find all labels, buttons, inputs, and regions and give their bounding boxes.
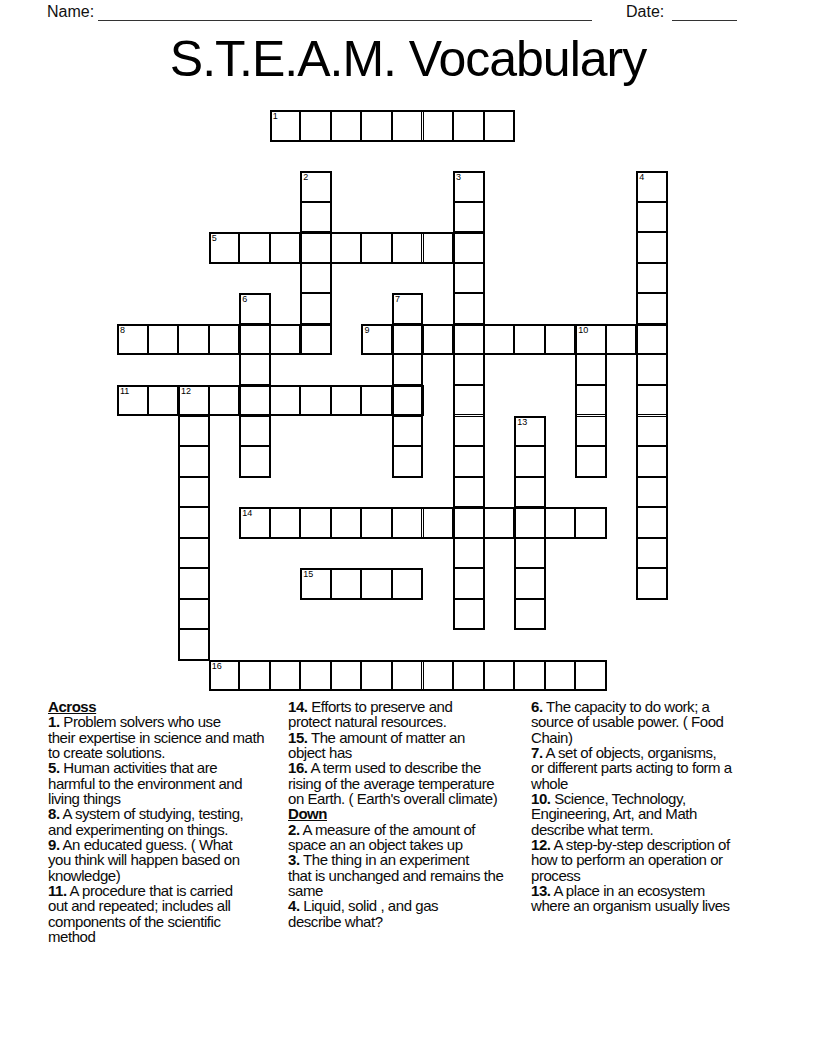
cell-r18-c10[interactable] — [423, 660, 454, 691]
clue-across-1-number: 1. — [48, 713, 60, 730]
cell-r9-c0[interactable]: 11 — [117, 385, 148, 416]
cell-r7-c8[interactable]: 9 — [361, 324, 392, 355]
clue-down-10: 10. Science, Technology,Engineering, Art… — [531, 791, 771, 837]
clue-across-16: 16. A term used to describe therising of… — [288, 760, 524, 806]
cell-r4-c5[interactable] — [270, 232, 301, 263]
across-header: Across — [48, 699, 292, 714]
clues-column-2: 14. Efforts to preserve andprotect natur… — [288, 699, 524, 929]
cell-r13-c7[interactable] — [331, 507, 362, 538]
clue-number-14: 14 — [242, 508, 252, 518]
cell-r4-c17[interactable] — [636, 232, 667, 263]
cell-r13-c10[interactable] — [423, 507, 454, 538]
cell-r10-c13[interactable]: 13 — [514, 416, 545, 447]
cell-r13-c9[interactable] — [392, 507, 423, 538]
cell-r11-c2[interactable] — [178, 446, 209, 477]
cell-r18-c14[interactable] — [545, 660, 576, 691]
clue-across-16-number: 16. — [288, 759, 308, 776]
cell-r0-c5[interactable]: 1 — [270, 110, 301, 141]
cell-r9-c7[interactable] — [331, 385, 362, 416]
cell-r8-c15[interactable] — [575, 354, 606, 385]
crossword-grid: 15891011121415162346713 — [117, 110, 668, 691]
cell-r10-c17[interactable] — [636, 416, 667, 447]
clue-down-3-number: 3. — [288, 851, 300, 868]
clue-down-13: 13. A place in an ecosystemwhere an orga… — [531, 883, 771, 914]
cell-r12-c13[interactable] — [514, 477, 545, 508]
cell-r7-c5[interactable] — [270, 324, 301, 355]
cell-r0-c12[interactable] — [484, 110, 515, 141]
cell-r11-c11[interactable] — [453, 446, 484, 477]
cell-r7-c17[interactable] — [636, 324, 667, 355]
worksheet-page: Name: Date: S.T.E.A.M. Vocabulary 158910… — [0, 0, 816, 1056]
cell-r3-c11[interactable] — [453, 202, 484, 233]
clue-down-12: 12. A step-by-step description ofhow to … — [531, 837, 771, 883]
clue-down-6-number: 6. — [531, 698, 543, 715]
cell-r7-c0[interactable]: 8 — [117, 324, 148, 355]
clue-number-12: 12 — [181, 386, 191, 396]
clue-down-2-number: 2. — [288, 821, 300, 838]
cell-r18-c13[interactable] — [514, 660, 545, 691]
clue-across-8-number: 8. — [48, 805, 60, 822]
cell-r15-c17[interactable] — [636, 568, 667, 599]
cell-r2-c11[interactable]: 3 — [453, 171, 484, 202]
cell-r13-c13[interactable] — [514, 507, 545, 538]
cell-r0-c8[interactable] — [361, 110, 392, 141]
cell-r4-c3[interactable]: 5 — [209, 232, 240, 263]
cell-r4-c8[interactable] — [361, 232, 392, 263]
cell-r13-c4[interactable]: 14 — [239, 507, 270, 538]
clue-down-7: 7. A set of objects, organisms,or differ… — [531, 745, 771, 791]
cell-r15-c9[interactable] — [392, 568, 423, 599]
cell-r5-c17[interactable] — [636, 263, 667, 294]
cell-r7-c12[interactable] — [484, 324, 515, 355]
cell-r18-c6[interactable] — [300, 660, 331, 691]
cell-r7-c11[interactable] — [453, 324, 484, 355]
cell-r8-c9[interactable] — [392, 354, 423, 385]
cell-r6-c6[interactable] — [300, 293, 331, 324]
cell-r17-c2[interactable] — [178, 629, 209, 660]
cell-r6-c11[interactable] — [453, 293, 484, 324]
clue-down-3: 3. The thing in an experimentthat is unc… — [288, 852, 524, 898]
cell-r7-c4[interactable] — [239, 324, 270, 355]
clue-number-8: 8 — [120, 325, 125, 335]
cell-r18-c4[interactable] — [239, 660, 270, 691]
cell-r15-c2[interactable] — [178, 568, 209, 599]
cell-r11-c9[interactable] — [392, 446, 423, 477]
clue-across-14: 14. Efforts to preserve andprotect natur… — [288, 699, 524, 730]
cell-r15-c8[interactable] — [361, 568, 392, 599]
cell-r7-c13[interactable] — [514, 324, 545, 355]
cell-r9-c1[interactable] — [148, 385, 179, 416]
clue-down-10-number: 10. — [531, 790, 551, 807]
cell-r0-c9[interactable] — [392, 110, 423, 141]
cell-r15-c11[interactable] — [453, 568, 484, 599]
cell-r7-c3[interactable] — [209, 324, 240, 355]
cell-r0-c10[interactable] — [423, 110, 454, 141]
clue-down-12-number: 12. — [531, 836, 551, 853]
cell-r8-c17[interactable] — [636, 354, 667, 385]
cell-r0-c11[interactable] — [453, 110, 484, 141]
cell-r4-c4[interactable] — [239, 232, 270, 263]
clue-number-10: 10 — [578, 325, 588, 335]
date-label: Date: — [626, 3, 664, 21]
cell-r18-c15[interactable] — [575, 660, 606, 691]
clue-across-9: 9. An educated guess. ( Whatyou think wi… — [48, 837, 292, 883]
clues-column-1: Across1. Problem solvers who usetheir ex… — [48, 699, 292, 945]
clue-down-7-number: 7. — [531, 744, 543, 761]
cell-r9-c9[interactable] — [392, 385, 423, 416]
cell-r15-c6[interactable]: 15 — [300, 568, 331, 599]
clue-number-1: 1 — [273, 111, 278, 121]
cell-r9-c11[interactable] — [453, 385, 484, 416]
clue-across-15: 15. The amount of matter anobject has — [288, 730, 524, 761]
cell-r15-c13[interactable] — [514, 568, 545, 599]
puzzle-title: S.T.E.A.M. Vocabulary — [0, 30, 816, 88]
clue-number-9: 9 — [364, 325, 369, 335]
cell-r13-c2[interactable] — [178, 507, 209, 538]
cell-r4-c9[interactable] — [392, 232, 423, 263]
cell-r7-c14[interactable] — [545, 324, 576, 355]
cell-r11-c17[interactable] — [636, 446, 667, 477]
cell-r7-c10[interactable] — [423, 324, 454, 355]
clue-across-15-number: 15. — [288, 729, 308, 746]
cell-r4-c7[interactable] — [331, 232, 362, 263]
cell-r14-c2[interactable] — [178, 538, 209, 569]
cell-r6-c9[interactable]: 7 — [392, 293, 423, 324]
cell-r4-c11[interactable] — [453, 232, 484, 263]
clue-across-1: 1. Problem solvers who usetheir expertis… — [48, 714, 292, 760]
cell-r7-c9[interactable] — [392, 324, 423, 355]
cell-r11-c13[interactable] — [514, 446, 545, 477]
cell-r10-c11[interactable] — [453, 416, 484, 447]
cell-r12-c11[interactable] — [453, 477, 484, 508]
cell-r10-c15[interactable] — [575, 416, 606, 447]
cell-r16-c13[interactable] — [514, 599, 545, 630]
clue-number-2: 2 — [303, 172, 308, 182]
clue-number-4: 4 — [639, 172, 644, 182]
cell-r13-c5[interactable] — [270, 507, 301, 538]
cell-r9-c6[interactable] — [300, 385, 331, 416]
cell-r9-c5[interactable] — [270, 385, 301, 416]
cell-r7-c16[interactable] — [606, 324, 637, 355]
cell-r9-c15[interactable] — [575, 385, 606, 416]
clue-across-5-number: 5. — [48, 759, 60, 776]
cell-r14-c11[interactable] — [453, 538, 484, 569]
clue-down-6: 6. The capacity to do work; asource of u… — [531, 699, 771, 745]
name-fill-line[interactable] — [98, 20, 592, 21]
cell-r2-c17[interactable]: 4 — [636, 171, 667, 202]
date-fill-line[interactable] — [672, 20, 737, 21]
clue-down-4: 4. Liquid, solid , and gasdescribe what? — [288, 898, 524, 929]
cell-r13-c6[interactable] — [300, 507, 331, 538]
cell-r18-c7[interactable] — [331, 660, 362, 691]
cell-r8-c11[interactable] — [453, 354, 484, 385]
clue-across-5: 5. Human activities that areharmful to t… — [48, 760, 292, 806]
cell-r4-c6[interactable] — [300, 232, 331, 263]
clue-across-8: 8. A system of studying, testing,and exp… — [48, 806, 292, 837]
clue-down-2: 2. A measure of the amount ofspace an an… — [288, 822, 524, 853]
clue-number-13: 13 — [517, 417, 527, 427]
cell-r18-c8[interactable] — [361, 660, 392, 691]
clue-number-6: 6 — [242, 294, 247, 304]
cell-r11-c15[interactable] — [575, 446, 606, 477]
cell-r16-c2[interactable] — [178, 599, 209, 630]
clue-number-5: 5 — [212, 233, 217, 243]
name-label: Name: — [47, 3, 94, 21]
cell-r3-c6[interactable] — [300, 202, 331, 233]
cell-r4-c10[interactable] — [423, 232, 454, 263]
cell-r7-c15[interactable]: 10 — [575, 324, 606, 355]
cell-r6-c4[interactable]: 6 — [239, 293, 270, 324]
cell-r13-c8[interactable] — [361, 507, 392, 538]
cell-r8-c4[interactable] — [239, 354, 270, 385]
clue-across-14-number: 14. — [288, 698, 308, 715]
cell-r12-c17[interactable] — [636, 477, 667, 508]
cell-r14-c17[interactable] — [636, 538, 667, 569]
cell-r9-c17[interactable] — [636, 385, 667, 416]
cell-r14-c13[interactable] — [514, 538, 545, 569]
cell-r10-c4[interactable] — [239, 416, 270, 447]
clue-across-11-number: 11. — [48, 882, 67, 899]
clue-number-7: 7 — [395, 294, 400, 304]
cell-r18-c5[interactable] — [270, 660, 301, 691]
cell-r15-c7[interactable] — [331, 568, 362, 599]
cell-r5-c6[interactable] — [300, 263, 331, 294]
cell-r7-c6[interactable] — [300, 324, 331, 355]
clue-number-16: 16 — [212, 661, 222, 671]
cell-r0-c6[interactable] — [300, 110, 331, 141]
clues-column-3: 6. The capacity to do work; asource of u… — [531, 699, 771, 914]
cell-r13-c12[interactable] — [484, 507, 515, 538]
clue-down-13-number: 13. — [531, 882, 551, 899]
clue-across-11: 11. A procedure that is carriedout and r… — [48, 883, 292, 944]
cell-r18-c12[interactable] — [484, 660, 515, 691]
cell-r9-c2[interactable]: 12 — [178, 385, 209, 416]
cell-r13-c15[interactable] — [575, 507, 606, 538]
cell-r9-c4[interactable] — [239, 385, 270, 416]
clue-number-15: 15 — [303, 569, 313, 579]
cell-r7-c1[interactable] — [148, 324, 179, 355]
clue-down-4-number: 4. — [288, 897, 300, 914]
cell-r10-c2[interactable] — [178, 416, 209, 447]
cell-r13-c14[interactable] — [545, 507, 576, 538]
cell-r9-c3[interactable] — [209, 385, 240, 416]
cell-r9-c8[interactable] — [361, 385, 392, 416]
clue-number-11: 11 — [120, 386, 129, 396]
clue-across-9-number: 9. — [48, 836, 60, 853]
cell-r13-c17[interactable] — [636, 507, 667, 538]
cell-r11-c4[interactable] — [239, 446, 270, 477]
cell-r10-c9[interactable] — [392, 416, 423, 447]
down-header: Down — [288, 806, 524, 821]
cell-r7-c2[interactable] — [178, 324, 209, 355]
cell-r16-c11[interactable] — [453, 599, 484, 630]
cell-r5-c11[interactable] — [453, 263, 484, 294]
cell-r3-c17[interactable] — [636, 202, 667, 233]
cell-r2-c6[interactable]: 2 — [300, 171, 331, 202]
cell-r18-c3[interactable]: 16 — [209, 660, 240, 691]
cell-r0-c7[interactable] — [331, 110, 362, 141]
cell-r13-c11[interactable] — [453, 507, 484, 538]
clue-number-3: 3 — [456, 172, 461, 182]
cell-r18-c11[interactable] — [453, 660, 484, 691]
cell-r6-c17[interactable] — [636, 293, 667, 324]
cell-r12-c2[interactable] — [178, 477, 209, 508]
cell-r18-c9[interactable] — [392, 660, 423, 691]
